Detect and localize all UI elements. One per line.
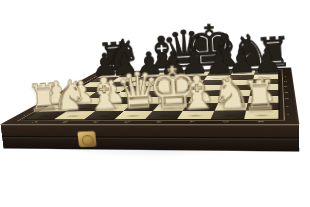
square-f4 xyxy=(193,90,224,96)
file-labels: abcdefgh xyxy=(18,119,279,123)
box-front-side xyxy=(0,124,299,151)
square-e5 xyxy=(171,85,201,91)
rank-label-4: 4 xyxy=(279,89,294,95)
piece-shadow xyxy=(256,76,275,78)
black-queen: ♛ xyxy=(160,23,185,75)
piece-shadow xyxy=(144,74,163,76)
piece-shadow xyxy=(234,72,252,74)
perspective-scene: ♜♞♝♛♚♝♞♜♟♟♟♟♟♟♟♟♟♟♟♟♟♟♟♟♜♞♝♛♚♝♞♜ abcdefg… xyxy=(10,0,310,203)
square-g5 xyxy=(223,84,251,90)
piece-shadow xyxy=(101,75,120,77)
square-g2: ♟ xyxy=(214,102,247,110)
square-f1: ♝ xyxy=(177,110,214,118)
piece-shadow xyxy=(182,113,209,117)
rank-label-7: 7 xyxy=(279,74,292,79)
rank-label-1: 1 xyxy=(280,110,298,119)
box-seam-line xyxy=(2,135,300,138)
rank-label-5: 5 xyxy=(279,83,293,89)
square-h1: ♜ xyxy=(244,110,279,119)
piece-shadow xyxy=(31,114,58,118)
piece-shadow xyxy=(60,114,87,118)
piece-shadow xyxy=(161,78,180,80)
rank-labels-right: 87654321 xyxy=(279,69,297,118)
piece-shadow xyxy=(122,74,141,76)
square-g1: ♞ xyxy=(210,110,246,119)
file-label-e: e xyxy=(141,119,177,123)
scene-wrapper: ♜♞♝♛♚♝♞♜♟♟♟♟♟♟♟♟♟♟♟♟♟♟♟♟♜♞♝♛♚♝♞♜ abcdefg… xyxy=(10,0,310,203)
chess-board: ♜♞♝♛♚♝♞♜♟♟♟♟♟♟♟♟♟♟♟♟♟♟♟♟♜♞♝♛♚♝♞♜ abcdefg… xyxy=(0,67,299,123)
piece-shadow xyxy=(210,72,228,74)
piece-shadow xyxy=(232,76,251,78)
piece-shadow xyxy=(72,106,98,109)
square-f5 xyxy=(197,84,226,90)
piece-shadow xyxy=(207,77,226,79)
piece-shadow xyxy=(188,105,213,108)
file-label-a: a xyxy=(18,119,54,123)
piece-shadow xyxy=(218,105,243,109)
black-rook: ♜ xyxy=(254,31,280,73)
piece-shadow xyxy=(94,79,114,81)
file-label-b: b xyxy=(47,119,83,123)
file-label-f: f xyxy=(174,119,210,123)
piece-shadow xyxy=(215,113,241,117)
square-h4 xyxy=(249,89,278,95)
piece-shadow xyxy=(250,105,275,109)
piece-shadow xyxy=(44,106,70,109)
black-rook: ♜ xyxy=(96,37,120,77)
piece-shadow xyxy=(184,77,203,79)
piece-shadow xyxy=(128,106,153,109)
piece-shadow xyxy=(166,73,185,75)
square-f3 xyxy=(188,96,220,103)
brass-clasp xyxy=(77,131,97,147)
piece-shadow xyxy=(257,71,275,73)
square-d4 xyxy=(139,91,171,97)
rank-label-6: 6 xyxy=(279,78,292,83)
rank-label-3: 3 xyxy=(279,95,295,102)
file-label-g: g xyxy=(208,119,244,123)
black-bishop: ♝ xyxy=(204,28,229,75)
chess-set-photo: ♜♞♝♛♚♝♞♜♟♟♟♟♟♟♟♟♟♟♟♟♟♟♟♟♜♞♝♛♚♝♞♜ abcdefg… xyxy=(0,0,310,207)
square-g4 xyxy=(221,89,251,95)
file-label-c: c xyxy=(78,119,114,123)
rank-label-2: 2 xyxy=(279,102,296,110)
square-h3 xyxy=(248,95,279,102)
file-label-h: h xyxy=(243,119,279,123)
square-b4 xyxy=(87,91,120,97)
square-e3 xyxy=(160,96,193,103)
black-knight: ♞ xyxy=(229,29,255,74)
piece-shadow xyxy=(100,106,125,109)
square-g3 xyxy=(218,96,250,103)
black-bishop: ♝ xyxy=(140,30,165,75)
square-h2: ♟ xyxy=(246,102,279,110)
piece-shadow xyxy=(89,114,116,118)
square-h5 xyxy=(251,84,279,90)
piece-shadow xyxy=(138,78,158,80)
piece-shadow xyxy=(151,113,178,117)
board-surface: ♜♞♝♛♚♝♞♜♟♟♟♟♟♟♟♟♟♟♟♟♟♟♟♟♜♞♝♛♚♝♞♜ abcdefg… xyxy=(0,67,299,123)
square-e6 xyxy=(176,80,204,85)
black-knight: ♞ xyxy=(118,33,143,76)
black-king: ♚ xyxy=(183,17,209,74)
piece-shadow xyxy=(158,106,183,109)
piece-shadow xyxy=(248,113,274,117)
piece-shadow xyxy=(188,73,207,75)
square-d5 xyxy=(146,85,176,91)
piece-shadow xyxy=(120,113,147,117)
file-label-d: d xyxy=(109,119,145,123)
piece-shadow xyxy=(116,78,136,80)
square-f2: ♟ xyxy=(183,103,217,111)
